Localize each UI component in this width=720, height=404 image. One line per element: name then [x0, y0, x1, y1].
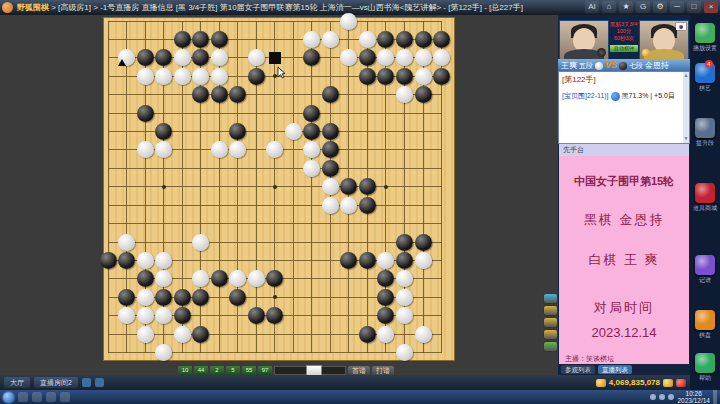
white-stone: [396, 289, 413, 306]
black-stone: [377, 31, 394, 48]
black-stone: [396, 68, 413, 85]
grid-line: [293, 21, 294, 354]
black-stone-icon: [619, 62, 627, 70]
black-stone: [155, 289, 172, 306]
white-stone: [174, 68, 191, 85]
white-stone: [340, 13, 357, 30]
taskbar-app-icon[interactable]: [32, 392, 42, 402]
beans-counter: 4,069,835,078: [596, 378, 686, 387]
black-stone: [266, 307, 283, 324]
black-stone: [377, 270, 394, 287]
white-stone: [303, 31, 320, 48]
black-stone: [359, 326, 376, 343]
title-bar: 野狐围棋 > [高级房1] > -1号直播房 直播信息 [黑 3/4子胜] 第1…: [0, 0, 720, 15]
move-number-header: [第122手]: [559, 72, 689, 85]
mouse-cursor: [277, 65, 286, 83]
toolbar-icon[interactable]: [695, 310, 715, 330]
ai-estimate-text: 黑71.3% | +5.0目: [622, 91, 675, 101]
next-move-square-marker: [269, 52, 281, 64]
black-player-rank: 七段: [629, 59, 643, 72]
black-stone: [433, 31, 450, 48]
jump-moves-button[interactable]: 44: [194, 366, 208, 375]
panel-strip[interactable]: 先手台: [559, 144, 689, 156]
white-stone: [211, 68, 228, 85]
black-stone: [211, 270, 228, 287]
maximize-button[interactable]: ×: [704, 1, 718, 13]
board-tool-chip[interactable]: [544, 294, 557, 303]
toolbar-label: 棋盘: [690, 331, 720, 340]
white-stone: [229, 141, 246, 158]
white-player-rank: 五段: [579, 59, 593, 72]
white-stone: [322, 197, 339, 214]
grid-line: [311, 21, 312, 354]
fox-logo-icon: [2, 2, 13, 13]
black-stone: [248, 307, 265, 324]
black-stone: [100, 252, 117, 269]
fox-ai-icon: [611, 92, 620, 101]
black-stone: [303, 123, 320, 140]
white-stone: [155, 270, 172, 287]
toolbar-icon[interactable]: [695, 353, 715, 373]
black-player-line: 黑棋 金恩持: [559, 211, 689, 229]
tray-time: 10:26: [677, 390, 710, 397]
board-tool-chip[interactable]: [544, 318, 557, 327]
main-time: 100分: [610, 28, 638, 35]
white-stone: [340, 49, 357, 66]
white-stone: [155, 252, 172, 269]
white-stone: [118, 307, 135, 324]
toolbar-label: 播放设置: [690, 44, 720, 53]
black-stone: [137, 270, 154, 287]
black-stone: [396, 234, 413, 251]
jump-moves-button[interactable]: 10: [178, 366, 192, 375]
gold-icon: [596, 379, 606, 387]
show-desktop-button[interactable]: [713, 390, 717, 404]
title-info: > [高级房1] > -1号直播房 直播信息 [黑 3/4子胜] 第10届女子围…: [49, 3, 523, 12]
toolbar-label: 提升段: [690, 139, 720, 148]
medal-icon: [642, 49, 650, 57]
taskbar-app-icon[interactable]: [46, 392, 56, 402]
gold-icon: [663, 379, 673, 387]
white-stone: [322, 178, 339, 195]
black-player-name: 金恩持: [645, 59, 669, 72]
white-stone: [229, 270, 246, 287]
toolbar-label: 帮助: [690, 374, 720, 383]
black-stone: [155, 49, 172, 66]
toolbar-item[interactable]: 道具商城: [690, 183, 720, 213]
tab-lobby[interactable]: 大厅: [4, 377, 30, 388]
board-tool-chip[interactable]: [544, 342, 557, 351]
toolbar-icon[interactable]: [695, 183, 715, 203]
black-stone: [396, 31, 413, 48]
board-tool-chip[interactable]: [544, 330, 557, 339]
black-stone: [192, 49, 209, 66]
white-stone: [118, 234, 135, 251]
white-stone: [137, 307, 154, 324]
badge: 4: [705, 60, 713, 68]
tray-icon[interactable]: [668, 394, 674, 400]
toolbar-item[interactable]: 棋盘: [690, 310, 720, 340]
black-stone: [211, 86, 228, 103]
black-stone: [396, 252, 413, 269]
black-stone: [322, 123, 339, 140]
ai-estimate-entry: [宝贝围]22-11)] 黑71.3% | +5.0目: [559, 85, 689, 101]
chat-scrollbar[interactable]: ▲ ▼: [683, 72, 689, 143]
white-player-name: 王爽: [561, 59, 577, 72]
white-stone: [174, 49, 191, 66]
black-stone: [415, 234, 432, 251]
jump-moves-button[interactable]: 55: [242, 366, 256, 375]
panel-tab-0[interactable]: 参观列表: [561, 365, 595, 374]
black-stone: [322, 141, 339, 158]
vs-label: VS: [605, 59, 617, 72]
black-stone: [174, 307, 191, 324]
white-stone: [415, 49, 432, 66]
black-stone: [118, 252, 135, 269]
black-stone: [155, 123, 172, 140]
black-stone: [433, 68, 450, 85]
white-stone: [155, 141, 172, 158]
replay-button[interactable]: 打谱: [372, 366, 394, 376]
star-point: [273, 185, 277, 189]
treasure-icon[interactable]: [676, 379, 686, 387]
black-stone: [322, 86, 339, 103]
white-stone: [285, 123, 302, 140]
black-stone: [137, 49, 154, 66]
white-stone: [396, 307, 413, 324]
white-stone: [155, 68, 172, 85]
white-stone: [211, 141, 228, 158]
white-stone: [211, 49, 228, 66]
avatar-body: [644, 49, 684, 59]
jump-buttons: 1044255597: [178, 366, 272, 375]
taskbar-app-icon[interactable]: [60, 392, 70, 402]
window-controls: AI⌂★G⚙─□×: [585, 1, 718, 14]
toolbar-item[interactable]: 记谱: [690, 255, 720, 285]
board-tool-chip[interactable]: [544, 306, 557, 315]
white-stone-icon: [595, 62, 603, 70]
toolbar-item[interactable]: 播放设置: [690, 23, 720, 53]
white-stone: [415, 252, 432, 269]
black-stone: [303, 105, 320, 122]
black-stone: [359, 178, 376, 195]
white-stone: [192, 68, 209, 85]
white-stone: [359, 31, 376, 48]
webcam-black-player: [640, 21, 688, 59]
game-info-panel: 中国女子围甲第15轮 黑棋 金恩持 白棋 王 爽 对局时间 2023.12.14…: [559, 156, 689, 364]
black-stone: [174, 289, 191, 306]
korea-flag-icon: [676, 23, 686, 30]
black-stone: [229, 123, 246, 140]
black-stone: [415, 31, 432, 48]
tray-clock: 10:26 2023/12/14: [677, 390, 710, 404]
jump-moves-button[interactable]: 5: [226, 366, 240, 375]
white-stone: [137, 326, 154, 343]
white-stone: [396, 49, 413, 66]
beans-count: 4,069,835,078: [609, 378, 660, 387]
panel-tab-1[interactable]: 直播列表: [598, 365, 632, 374]
grid-line: [108, 205, 443, 206]
white-stone: [192, 234, 209, 251]
toolbar-label: 记谱: [690, 276, 720, 285]
user-icon[interactable]: ⌂: [602, 1, 616, 13]
tray-icon[interactable]: [650, 394, 656, 400]
bar-icon[interactable]: [95, 378, 104, 387]
minimize-button[interactable]: □: [687, 1, 701, 13]
toolbar-item[interactable]: 帮助: [690, 353, 720, 383]
app-name: 野狐围棋: [17, 3, 49, 12]
white-stone: [248, 270, 265, 287]
white-stone: [396, 86, 413, 103]
white-player-line: 白棋 王 爽: [559, 251, 689, 269]
white-stone: [415, 68, 432, 85]
tray-icon[interactable]: [659, 394, 665, 400]
badge-icon: [597, 48, 606, 57]
first-move-button[interactable]: 首谱: [348, 366, 370, 376]
black-stone: [192, 326, 209, 343]
white-stone: [248, 49, 265, 66]
white-stone: [192, 270, 209, 287]
star-point: [162, 185, 166, 189]
grid-line: [108, 223, 443, 224]
white-stone: [340, 197, 357, 214]
white-stone: [137, 252, 154, 269]
toolbar-item[interactable]: 4棋艺: [690, 63, 720, 93]
komi-text: 黑贴3又3/4子: [610, 21, 638, 28]
app-bottom-bar: 大厅 直播房间2 4,069,835,078: [0, 375, 690, 390]
clock-progress-bar: 自动棋钟: [610, 45, 638, 52]
black-stone: [192, 31, 209, 48]
event-title: 中国女子围甲第15轮: [559, 174, 689, 189]
black-stone: [248, 68, 265, 85]
white-stone: [137, 68, 154, 85]
panel-tabs: 参观列表直播列表: [559, 364, 689, 375]
game-date: 2023.12.14: [559, 325, 689, 340]
white-stone: [433, 49, 450, 66]
entry-link[interactable]: [宝贝围]22-11)]: [562, 91, 609, 101]
white-stone: [377, 49, 394, 66]
toolbar-label: 棋艺: [690, 84, 720, 93]
windows-taskbar: 10:26 2023/12/14: [0, 390, 720, 404]
right-panel: 黑贴3又3/4子 100分 60秒3次 自动棋钟 王爽 五段 VS 七段 金恩持…: [558, 15, 690, 375]
jump-moves-button[interactable]: 2: [210, 366, 224, 375]
white-stone: [303, 160, 320, 177]
start-button[interactable]: [3, 392, 14, 403]
taskbar-app-icon[interactable]: [18, 392, 28, 402]
black-stone: [211, 31, 228, 48]
white-stone: [396, 270, 413, 287]
white-stone: [137, 289, 154, 306]
gear-icon[interactable]: ⚙: [653, 1, 667, 13]
toolbar-icon[interactable]: 4: [695, 63, 715, 83]
toolbar-icon[interactable]: [695, 255, 715, 275]
tab-live-room[interactable]: 直播房间2: [34, 377, 78, 388]
toolbar-icon[interactable]: [695, 118, 715, 138]
black-stone: [192, 86, 209, 103]
byoyomi: 60秒3次: [610, 35, 638, 42]
black-stone: [340, 178, 357, 195]
white-stone: [377, 252, 394, 269]
move-chat-box[interactable]: [第122手] [宝贝围]22-11)] 黑71.3% | +5.0目: [559, 72, 689, 143]
favorite-icon[interactable]: G: [636, 1, 650, 13]
white-stone: [396, 344, 413, 361]
black-stone: [229, 289, 246, 306]
grid-line: [108, 242, 443, 243]
side-toolbar: 播放设置4棋艺提升段道具商城记谱棋盘帮助: [690, 15, 720, 390]
black-stone: [359, 49, 376, 66]
black-stone: [303, 49, 320, 66]
bar-icon[interactable]: [82, 378, 91, 387]
host-line: 主播：笑谈棋坛: [559, 354, 689, 364]
players-name-bar: 王爽 五段 VS 七段 金恩持: [558, 59, 690, 72]
white-stone: [155, 344, 172, 361]
window-title: 野狐围棋 > [高级房1] > -1号直播房 直播信息 [黑 3/4子胜] 第1…: [17, 0, 523, 15]
black-stone: [359, 252, 376, 269]
white-stone: [415, 326, 432, 343]
match-conditions: 黑贴3又3/4子 100分 60秒3次 自动棋钟: [610, 21, 638, 63]
white-stone: [137, 141, 154, 158]
black-stone: [322, 160, 339, 177]
black-stone: [377, 307, 394, 324]
black-stone: [340, 252, 357, 269]
move-slider[interactable]: [274, 366, 346, 375]
scroll-down-icon[interactable]: ▼: [683, 135, 689, 141]
toolbar-item[interactable]: 提升段: [690, 118, 720, 148]
white-stone: [377, 326, 394, 343]
white-stone: [266, 141, 283, 158]
scroll-up-icon[interactable]: ▲: [683, 72, 689, 78]
black-stone: [377, 68, 394, 85]
black-stone: [377, 289, 394, 306]
webcam-white-player: [560, 21, 608, 59]
game-time-label: 对局时间: [559, 299, 689, 317]
black-stone: [359, 68, 376, 85]
system-tray: 10:26 2023/12/14: [650, 390, 717, 404]
ai-button[interactable]: AI: [585, 1, 599, 13]
home-icon[interactable]: ★: [619, 1, 633, 13]
jump-moves-button[interactable]: 97: [258, 366, 272, 375]
white-stone: [155, 307, 172, 324]
triangle-marker: [118, 59, 126, 66]
black-stone: [359, 197, 376, 214]
black-stone: [174, 31, 191, 48]
white-stone: [174, 326, 191, 343]
tray-date: 2023/12/14: [677, 397, 710, 404]
toolbar-icon[interactable]: [695, 23, 715, 43]
black-stone: [137, 105, 154, 122]
settings-icon[interactable]: ─: [670, 1, 684, 13]
black-stone: [229, 86, 246, 103]
black-stone: [266, 270, 283, 287]
black-stone: [192, 289, 209, 306]
star-point: [384, 185, 388, 189]
toolbar-label: 道具商城: [690, 204, 720, 213]
white-stone: [303, 141, 320, 158]
star-point: [273, 295, 277, 299]
black-stone: [415, 86, 432, 103]
black-stone: [118, 289, 135, 306]
white-stone: [322, 31, 339, 48]
